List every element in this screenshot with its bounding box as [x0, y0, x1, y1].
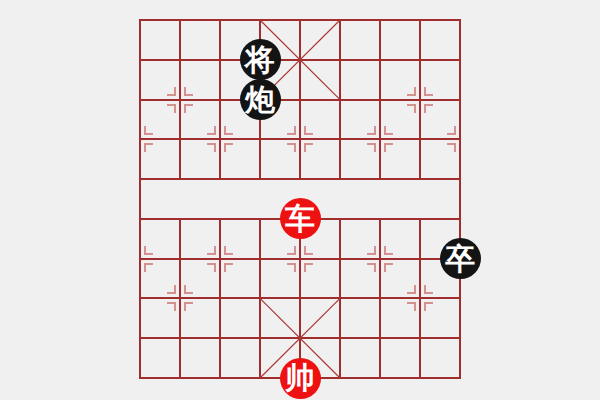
board-cell	[381, 220, 421, 260]
board-cell	[381, 21, 421, 61]
board-cell	[421, 101, 459, 141]
board-cell	[381, 260, 421, 300]
piece-red-chariot[interactable]: 车	[280, 198, 321, 239]
board-cell	[221, 339, 261, 377]
board-cell	[341, 140, 381, 180]
board-cell	[221, 260, 261, 300]
board-cell	[421, 21, 459, 61]
board-cell	[141, 140, 181, 180]
board-cell	[181, 299, 221, 339]
board-cell	[141, 339, 181, 377]
board-cell	[341, 180, 381, 220]
board-cell	[141, 21, 181, 61]
board-cell	[261, 299, 301, 339]
piece-black-general[interactable]: 将	[240, 39, 281, 80]
board-cell	[261, 140, 301, 180]
board-cell	[421, 299, 459, 339]
board-cell	[381, 101, 421, 141]
board-cell	[381, 140, 421, 180]
board-cell	[421, 61, 459, 101]
board-cell	[341, 101, 381, 141]
board-cell	[301, 61, 341, 101]
board-cell	[301, 101, 341, 141]
board-cell	[141, 101, 181, 141]
board-cell	[221, 180, 261, 220]
board-cell	[221, 220, 261, 260]
board-cell	[381, 61, 421, 101]
board-cell	[381, 339, 421, 377]
board-cell	[381, 299, 421, 339]
board-cell	[341, 299, 381, 339]
board-cell	[341, 21, 381, 61]
board-cell	[421, 140, 459, 180]
piece-black-soldier[interactable]: 卒	[440, 238, 481, 279]
board-cell	[181, 61, 221, 101]
board-cell	[141, 180, 181, 220]
board-cell	[181, 101, 221, 141]
board-cell	[341, 260, 381, 300]
board-cell	[141, 61, 181, 101]
board-cell	[181, 220, 221, 260]
board-cell	[261, 260, 301, 300]
board-cell	[421, 180, 459, 220]
piece-red-general[interactable]: 帅	[280, 358, 321, 399]
board-cell	[181, 339, 221, 377]
board-cell	[181, 140, 221, 180]
board-cell	[181, 21, 221, 61]
board-cell	[141, 260, 181, 300]
board-cell	[341, 339, 381, 377]
piece-black-cannon[interactable]: 炮	[240, 79, 281, 120]
board-cell	[301, 260, 341, 300]
board-cell	[221, 140, 261, 180]
board-cell	[301, 140, 341, 180]
board-cell	[421, 339, 459, 377]
board-cell	[181, 180, 221, 220]
board-cell	[381, 180, 421, 220]
board-cell	[141, 220, 181, 260]
board-cell	[181, 260, 221, 300]
board-cell	[301, 21, 341, 61]
board-cell	[341, 61, 381, 101]
board-cell	[221, 299, 261, 339]
board-cell	[341, 220, 381, 260]
board-cell	[301, 299, 341, 339]
board-cell	[141, 299, 181, 339]
